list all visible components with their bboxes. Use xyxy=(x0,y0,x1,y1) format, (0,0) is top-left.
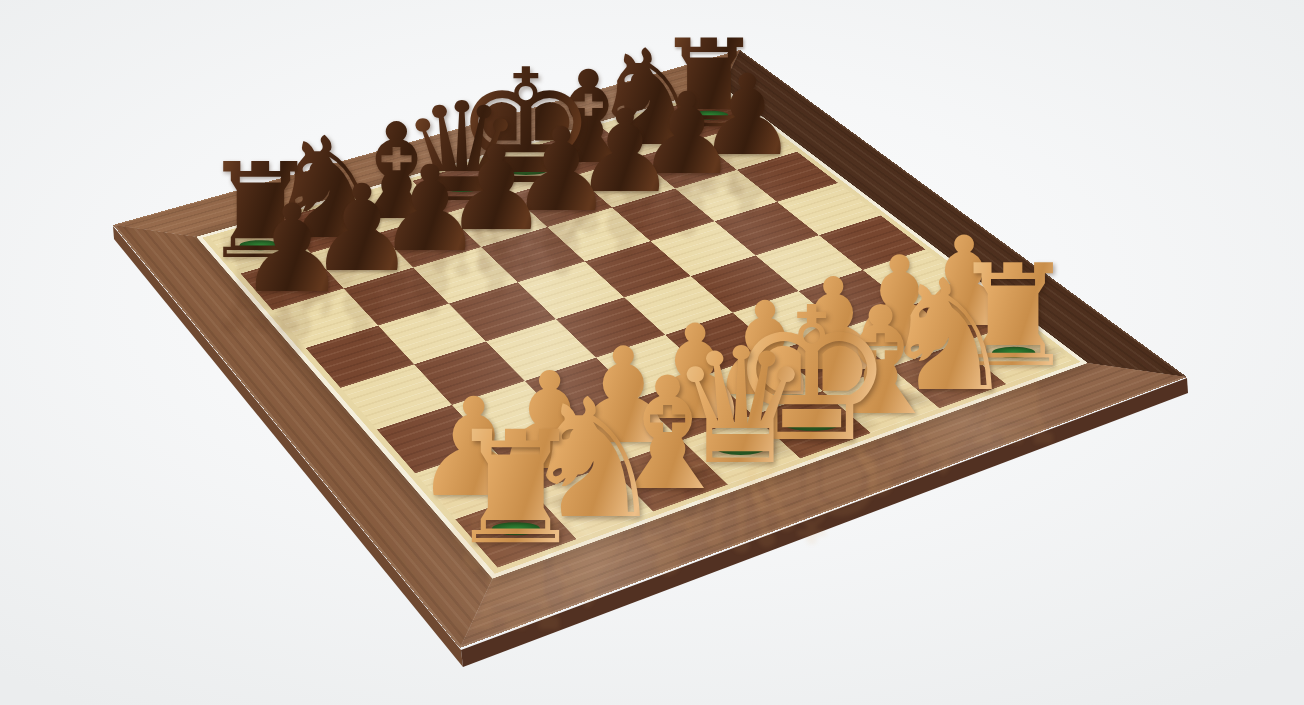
piece-glyph: ♟ xyxy=(238,189,347,310)
chess-product-scene: ♜♜♞♞♝♝♛♛♚♚♝♝♞♞♜♜♟♟♟♟♟♟♟♟♟♟♟♟♟♟♟♟♟♟♟♟♟♟♟♟… xyxy=(0,0,1304,705)
piece-glyph: ♜ xyxy=(446,411,585,566)
